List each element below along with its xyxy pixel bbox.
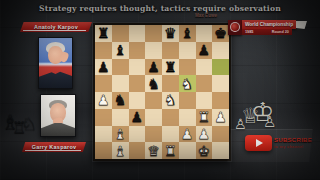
square-d8[interactable] [145, 25, 162, 42]
white-bishop: ♝ [114, 143, 127, 157]
player-name-bottom: Garry Kasparov [32, 144, 77, 150]
player-name-top: Anatoly Karpov [34, 24, 78, 30]
square-b7[interactable]: ♝ [112, 42, 129, 59]
decor-dark-rook-icon: ♖ [12, 120, 26, 136]
youtube-play-button[interactable] [245, 135, 272, 151]
decor-white-pawn2-icon: ♙ [263, 115, 276, 130]
emblem-disc-icon [230, 22, 240, 32]
square-f2[interactable]: ♟ [179, 126, 196, 143]
square-d6[interactable]: ♟ [145, 59, 162, 76]
square-g7[interactable]: ♟ [196, 42, 213, 59]
square-g3[interactable]: ♜ [196, 109, 213, 126]
event-emblem-icon [228, 20, 242, 35]
square-f3[interactable] [179, 109, 196, 126]
portrait-hand [59, 51, 70, 63]
square-b5[interactable] [112, 75, 129, 92]
square-h8[interactable]: ♚ [212, 25, 229, 42]
square-b6[interactable] [112, 59, 129, 76]
subscribe-subtext: to my channel [274, 145, 303, 149]
square-d5[interactable]: ♞ [145, 75, 162, 92]
white-knight: ♞ [164, 93, 177, 107]
decor-dark-bishop-icon: ♗ [1, 112, 19, 132]
black-bishop: ♝ [181, 26, 194, 40]
black-knight: ♞ [147, 76, 160, 90]
event-ribbon-tail [296, 21, 307, 29]
black-rook: ♜ [97, 26, 110, 40]
white-pawn: ♟ [214, 110, 227, 124]
square-c6[interactable] [129, 59, 146, 76]
decor-white-king-icon: ♔ [251, 99, 274, 125]
square-g2[interactable]: ♟ [196, 126, 213, 143]
black-pawn: ♟ [97, 59, 110, 73]
square-e7[interactable] [162, 42, 179, 59]
square-c5[interactable] [129, 75, 146, 92]
square-a4[interactable]: ♟ [95, 92, 112, 109]
event-title: World Championship [245, 22, 293, 27]
youtube-play-icon [256, 139, 263, 147]
square-b3[interactable] [112, 109, 129, 126]
square-c7[interactable] [129, 42, 146, 59]
square-g5[interactable] [196, 75, 213, 92]
karpov-photo [38, 37, 73, 89]
square-h5[interactable] [212, 75, 229, 92]
square-f8[interactable]: ♝ [179, 25, 196, 42]
square-e4[interactable]: ♞ [162, 92, 179, 109]
square-e6[interactable]: ♜ [162, 59, 179, 76]
square-f6[interactable] [179, 59, 196, 76]
white-rook: ♜ [198, 110, 211, 124]
square-g1[interactable]: ♚ [196, 142, 213, 159]
square-g6[interactable] [196, 59, 213, 76]
event-title-ribbon: World Championship [242, 20, 296, 29]
square-d4[interactable] [145, 92, 162, 109]
white-pawn: ♟ [97, 93, 110, 107]
white-king: ♚ [198, 143, 211, 157]
square-c8[interactable] [129, 25, 146, 42]
square-e5[interactable] [162, 75, 179, 92]
event-subtitle-strip: 1985 Round 20 [242, 29, 292, 35]
white-bishop: ♝ [114, 126, 127, 140]
square-g4[interactable] [196, 92, 213, 109]
event-badge: World Championship 1985 Round 20 [228, 20, 308, 36]
event-year: 1985 [245, 30, 253, 34]
square-b1[interactable]: ♝ [112, 142, 129, 159]
square-f1[interactable] [179, 142, 196, 159]
video-thumbnail: Strategy requires thought, tactics requi… [0, 0, 320, 180]
square-a8[interactable]: ♜ [95, 25, 112, 42]
square-b4[interactable]: ♞ [112, 92, 129, 109]
black-rook: ♜ [164, 59, 177, 73]
square-e3[interactable] [162, 109, 179, 126]
black-pawn: ♟ [131, 110, 144, 124]
black-knight: ♞ [114, 93, 127, 107]
square-d2[interactable] [145, 126, 162, 143]
square-c1[interactable] [129, 142, 146, 159]
square-f5[interactable]: ♞ [179, 75, 196, 92]
square-h1[interactable] [212, 142, 229, 159]
decor-dark-knight-icon: ♘ [21, 115, 37, 133]
square-d1[interactable]: ♛ [145, 142, 162, 159]
portrait-suit [39, 70, 72, 88]
square-a7[interactable] [95, 42, 112, 59]
event-round: Round 20 [272, 30, 289, 34]
portrait-suit [41, 122, 75, 136]
square-g8[interactable] [196, 25, 213, 42]
square-c3[interactable]: ♟ [129, 109, 146, 126]
subscribe-label[interactable]: SUBSCRIBE [274, 137, 312, 143]
square-e2[interactable] [162, 126, 179, 143]
white-pawn: ♟ [181, 126, 194, 140]
square-e8[interactable]: ♛ [162, 25, 179, 42]
square-h6[interactable] [212, 59, 229, 76]
black-bishop: ♝ [114, 43, 127, 57]
square-a5[interactable] [95, 75, 112, 92]
square-d7[interactable] [145, 42, 162, 59]
square-h2[interactable] [212, 126, 229, 143]
square-f4[interactable] [179, 92, 196, 109]
black-queen: ♛ [164, 26, 177, 40]
square-c4[interactable] [129, 92, 146, 109]
white-pawn: ♟ [198, 126, 211, 140]
player-badge-bottom: Garry Kasparov [22, 142, 86, 152]
square-h7[interactable] [212, 42, 229, 59]
black-king: ♚ [214, 26, 227, 40]
square-f7[interactable] [179, 42, 196, 59]
white-knight: ♞ [181, 76, 194, 90]
square-a3[interactable] [95, 109, 112, 126]
chess-board-frame: ♜♛♝♚♝♟♟♟♜♞♞♟♞♞♟♜♟♝♟♟♝♛♜♚ [93, 23, 231, 161]
square-a6[interactable]: ♟ [95, 59, 112, 76]
square-h4[interactable] [212, 92, 229, 109]
square-h3[interactable]: ♟ [212, 109, 229, 126]
quote-author: Max Euwe [184, 13, 228, 18]
square-d3[interactable] [145, 109, 162, 126]
quote-title: Strategy requires thought, tactics requi… [0, 4, 320, 13]
black-pawn: ♟ [147, 59, 160, 73]
white-rook: ♜ [164, 143, 177, 157]
chess-board[interactable]: ♜♛♝♚♝♟♟♟♜♞♞♟♞♞♟♜♟♝♟♟♝♛♜♚ [95, 25, 229, 159]
square-b8[interactable] [112, 25, 129, 42]
white-queen: ♛ [147, 143, 160, 157]
square-c2[interactable] [129, 126, 146, 143]
square-e1[interactable]: ♜ [162, 142, 179, 159]
kasparov-photo [40, 94, 76, 137]
player-badge-top: Anatoly Karpov [20, 22, 92, 32]
square-a2[interactable] [95, 126, 112, 143]
decor-white-queen-icon: ♕ [241, 106, 260, 127]
black-pawn: ♟ [198, 43, 211, 57]
square-a1[interactable] [95, 142, 112, 159]
square-b2[interactable]: ♝ [112, 126, 129, 143]
